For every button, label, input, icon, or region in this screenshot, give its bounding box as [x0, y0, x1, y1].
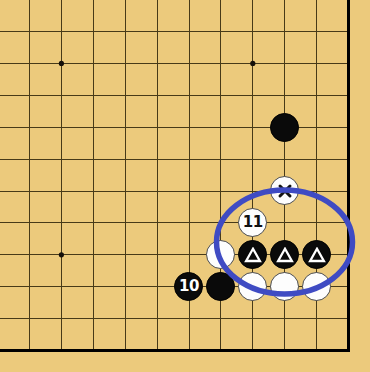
- stone-white[interactable]: [206, 240, 235, 269]
- triangle-mark-icon: [244, 247, 262, 263]
- go-board-diagram[interactable]: 1110: [0, 0, 370, 372]
- stone-white-11[interactable]: 11: [238, 208, 267, 237]
- triangle-mark-icon: [276, 247, 294, 263]
- stone-black-triangle-mark[interactable]: [238, 240, 267, 269]
- stone-black-triangle-mark[interactable]: [302, 240, 331, 269]
- x-mark-icon: [277, 183, 293, 199]
- stone-black[interactable]: [206, 272, 235, 301]
- stone-white-x-mark[interactable]: [270, 176, 299, 205]
- stone-move-number: 10: [179, 279, 199, 294]
- stone-move-number: 11: [243, 215, 263, 230]
- stone-white[interactable]: [270, 272, 299, 301]
- stone-black-10[interactable]: 10: [174, 272, 203, 301]
- stone-black[interactable]: [270, 113, 299, 142]
- stone-white[interactable]: [238, 272, 267, 301]
- stone-white[interactable]: [302, 272, 331, 301]
- stones-grid[interactable]: 1110: [14, 16, 365, 367]
- stone-black-triangle-mark[interactable]: [270, 240, 299, 269]
- triangle-mark-icon: [308, 247, 326, 263]
